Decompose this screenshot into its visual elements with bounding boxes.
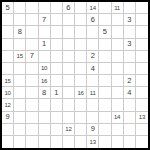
cell-r6c11[interactable] — [124, 63, 136, 75]
cell-r8c6[interactable] — [63, 87, 75, 99]
cell-r6c9[interactable] — [99, 63, 111, 75]
clue-number: 11 — [90, 90, 96, 96]
cell-r12c7[interactable] — [75, 136, 87, 148]
cell-r8c4[interactable]: 8 — [39, 87, 51, 99]
cell-r7c10[interactable] — [112, 75, 124, 87]
cell-r9c11[interactable] — [124, 99, 136, 111]
cell-r8c9[interactable] — [99, 87, 111, 99]
cell-r12c5[interactable] — [51, 136, 63, 148]
cell-r12c6[interactable] — [63, 136, 75, 148]
cell-r12c10[interactable] — [112, 136, 124, 148]
clue-number: 5 — [5, 4, 9, 12]
clue-number: 2 — [91, 52, 95, 60]
cell-r10c6[interactable] — [63, 112, 75, 124]
clue-number: 9 — [5, 113, 9, 121]
clue-number: 4 — [127, 89, 131, 97]
cell-r4c8[interactable] — [87, 39, 99, 51]
cell-r7c12[interactable] — [136, 75, 148, 87]
cell-r10c3[interactable] — [26, 112, 38, 124]
cell-r6c5[interactable] — [51, 63, 63, 75]
cell-r6c1[interactable] — [2, 63, 14, 75]
cell-r7c11[interactable]: 2 — [124, 75, 136, 87]
clue-number: 5 — [103, 28, 107, 36]
cell-r1c10[interactable]: 11 — [112, 2, 124, 14]
cell-r7c6[interactable] — [63, 75, 75, 87]
cell-r3c12[interactable] — [136, 26, 148, 38]
cell-r8c11[interactable]: 4 — [124, 87, 136, 99]
clue-number: 4 — [91, 65, 95, 73]
cell-r5c3[interactable]: 7 — [26, 51, 38, 63]
clue-number: 9 — [91, 125, 95, 133]
cell-r3c10[interactable] — [112, 26, 124, 38]
cell-r11c12[interactable] — [136, 124, 148, 136]
cell-r5c2[interactable]: 15 — [14, 51, 26, 63]
clue-number: 15 — [4, 78, 10, 84]
cell-r12c3[interactable] — [26, 136, 38, 148]
cell-r4c11[interactable]: 3 — [124, 39, 136, 51]
cell-r11c9[interactable] — [99, 124, 111, 136]
cell-r5c7[interactable] — [75, 51, 87, 63]
cell-r3c8[interactable] — [87, 26, 99, 38]
clue-number: 8 — [18, 28, 22, 36]
cell-r3c11[interactable] — [124, 26, 136, 38]
cell-r4c6[interactable] — [63, 39, 75, 51]
cell-r8c10[interactable] — [112, 87, 124, 99]
cell-r4c5[interactable] — [51, 39, 63, 51]
cell-r3c6[interactable] — [63, 26, 75, 38]
cell-r1c12[interactable] — [136, 2, 148, 14]
cell-r1c11[interactable] — [124, 2, 136, 14]
cell-r6c4[interactable]: 10 — [39, 63, 51, 75]
cell-r12c12[interactable] — [136, 136, 148, 148]
cell-r9c6[interactable] — [63, 99, 75, 111]
cell-r6c6[interactable] — [63, 63, 75, 75]
cell-r10c1[interactable]: 9 — [2, 112, 14, 124]
cell-r8c5[interactable]: 1 — [51, 87, 63, 99]
cell-r1c7[interactable] — [75, 2, 87, 14]
cell-r1c3[interactable] — [26, 2, 38, 14]
cell-r4c9[interactable] — [99, 39, 111, 51]
clue-number: 3 — [127, 40, 131, 48]
cell-r1c1[interactable]: 5 — [2, 2, 14, 14]
cell-r9c9[interactable] — [99, 99, 111, 111]
cell-r2c5[interactable] — [51, 14, 63, 26]
cell-r6c3[interactable] — [26, 63, 38, 75]
cell-r5c6[interactable] — [63, 51, 75, 63]
cell-r10c11[interactable] — [124, 112, 136, 124]
cell-r5c12[interactable] — [136, 51, 148, 63]
clue-number: 6 — [66, 4, 70, 12]
cell-r2c1[interactable] — [2, 14, 14, 26]
cell-r2c4[interactable]: 7 — [39, 14, 51, 26]
clue-number: 8 — [42, 89, 46, 97]
cell-r7c5[interactable] — [51, 75, 63, 87]
cell-r8c12[interactable] — [136, 87, 148, 99]
cell-r9c5[interactable] — [51, 99, 63, 111]
cell-r10c5[interactable] — [51, 112, 63, 124]
cell-r7c9[interactable] — [99, 75, 111, 87]
cell-r9c2[interactable] — [14, 99, 26, 111]
cell-r9c7[interactable] — [75, 99, 87, 111]
cell-r3c5[interactable] — [51, 26, 63, 38]
cell-r2c7[interactable] — [75, 14, 87, 26]
cell-r2c3[interactable] — [26, 14, 38, 26]
cell-r11c11[interactable] — [124, 124, 136, 136]
cell-r8c1[interactable]: 10 — [2, 87, 14, 99]
cell-r11c8[interactable]: 9 — [87, 124, 99, 136]
cell-r10c4[interactable] — [39, 112, 51, 124]
clue-number: 7 — [30, 52, 34, 60]
cell-r8c7[interactable]: 16 — [75, 87, 87, 99]
cell-r5c8[interactable]: 2 — [87, 51, 99, 63]
cell-r3c2[interactable]: 8 — [14, 26, 26, 38]
cell-r12c1[interactable] — [2, 136, 14, 148]
cell-r10c9[interactable] — [99, 112, 111, 124]
cell-r12c11[interactable] — [124, 136, 136, 148]
cell-r5c11[interactable] — [124, 51, 136, 63]
cell-r9c12[interactable] — [136, 99, 148, 111]
clue-number: 1 — [54, 89, 58, 97]
cell-r11c6[interactable]: 12 — [63, 124, 75, 136]
cell-r12c9[interactable] — [99, 136, 111, 148]
cell-r6c12[interactable] — [136, 63, 148, 75]
clue-number: 14 — [114, 114, 120, 120]
cell-r11c10[interactable] — [112, 124, 124, 136]
cell-r10c10[interactable]: 14 — [112, 112, 124, 124]
cell-r2c10[interactable] — [112, 14, 124, 26]
cell-r5c4[interactable] — [39, 51, 51, 63]
cell-r3c1[interactable] — [2, 26, 14, 38]
cell-r10c8[interactable] — [87, 112, 99, 124]
cell-r11c1[interactable] — [2, 124, 14, 136]
cell-r5c9[interactable] — [99, 51, 111, 63]
cell-r9c4[interactable] — [39, 99, 51, 111]
clue-number: 1 — [42, 40, 46, 48]
cell-r11c3[interactable] — [26, 124, 38, 136]
cell-r6c8[interactable]: 4 — [87, 63, 99, 75]
cell-r7c7[interactable] — [75, 75, 87, 87]
clue-number: 16 — [41, 78, 47, 84]
cell-r1c9[interactable] — [99, 2, 111, 14]
cell-r12c2[interactable] — [14, 136, 26, 148]
cell-r10c2[interactable] — [14, 112, 26, 124]
cell-r5c10[interactable] — [112, 51, 124, 63]
clue-number: 2 — [127, 77, 131, 85]
cell-r2c6[interactable] — [63, 14, 75, 26]
cell-r9c1[interactable]: 12 — [2, 99, 14, 111]
cell-r1c6[interactable]: 6 — [63, 2, 75, 14]
cell-r11c7[interactable] — [75, 124, 87, 136]
clue-number: 12 — [4, 102, 10, 108]
cell-r1c2[interactable] — [14, 2, 26, 14]
cell-r7c4[interactable]: 16 — [39, 75, 51, 87]
cell-r4c1[interactable] — [2, 39, 14, 51]
cell-r1c5[interactable] — [51, 2, 63, 14]
cell-r8c3[interactable] — [26, 87, 38, 99]
cell-r2c11[interactable]: 3 — [124, 14, 136, 26]
cell-r2c12[interactable] — [136, 14, 148, 26]
clue-number: 12 — [65, 126, 71, 132]
cell-r10c12[interactable]: 13 — [136, 112, 148, 124]
cell-r4c7[interactable] — [75, 39, 87, 51]
cell-r2c2[interactable] — [14, 14, 26, 26]
cell-r7c3[interactable] — [26, 75, 38, 87]
cell-r12c8[interactable]: 13 — [87, 136, 99, 148]
cell-r2c9[interactable] — [99, 14, 111, 26]
clue-number: 14 — [90, 5, 96, 11]
clue-number: 15 — [17, 53, 23, 59]
clue-number: 13 — [90, 139, 96, 145]
cell-r9c3[interactable] — [26, 99, 38, 111]
cell-r3c9[interactable]: 5 — [99, 26, 111, 38]
cell-r11c2[interactable] — [14, 124, 26, 136]
cell-r6c2[interactable] — [14, 63, 26, 75]
cell-r6c10[interactable] — [112, 63, 124, 75]
clue-number: 10 — [41, 65, 47, 71]
cell-r1c8[interactable]: 14 — [87, 2, 99, 14]
cell-r11c4[interactable] — [39, 124, 51, 136]
cell-r3c7[interactable] — [75, 26, 87, 38]
cell-r12c4[interactable] — [39, 136, 51, 148]
cell-r7c1[interactable]: 15 — [2, 75, 14, 87]
cell-r6c7[interactable] — [75, 63, 87, 75]
clue-number: 16 — [77, 90, 83, 96]
cell-r5c1[interactable] — [2, 51, 14, 63]
numberlink-board: 5614117638513157210415162108116114129141… — [0, 0, 150, 150]
cell-r7c8[interactable] — [87, 75, 99, 87]
cell-r8c8[interactable]: 11 — [87, 87, 99, 99]
cell-r4c3[interactable] — [26, 39, 38, 51]
cell-r2c8[interactable]: 6 — [87, 14, 99, 26]
cell-r4c12[interactable] — [136, 39, 148, 51]
cell-r4c4[interactable]: 1 — [39, 39, 51, 51]
cell-r11c5[interactable] — [51, 124, 63, 136]
clue-number: 13 — [139, 114, 145, 120]
clue-number: 3 — [127, 16, 131, 24]
clue-number: 11 — [114, 5, 120, 11]
cell-r8c2[interactable] — [14, 87, 26, 99]
cell-r1c4[interactable] — [39, 2, 51, 14]
cell-r9c8[interactable] — [87, 99, 99, 111]
cell-r10c7[interactable] — [75, 112, 87, 124]
cell-r3c4[interactable] — [39, 26, 51, 38]
cell-r7c2[interactable] — [14, 75, 26, 87]
clue-number: 6 — [91, 16, 95, 24]
clue-number: 10 — [4, 90, 10, 96]
clue-number: 7 — [42, 16, 46, 24]
cell-r9c10[interactable] — [112, 99, 124, 111]
cell-r4c2[interactable] — [14, 39, 26, 51]
cell-r4c10[interactable] — [112, 39, 124, 51]
cell-r3c3[interactable] — [26, 26, 38, 38]
cell-r5c5[interactable] — [51, 51, 63, 63]
